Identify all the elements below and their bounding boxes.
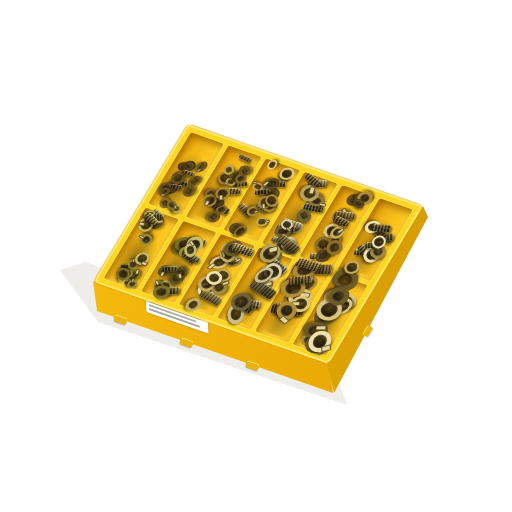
clip-screw-housing xyxy=(264,219,270,223)
clip-screw-housing xyxy=(337,228,345,235)
hose-clip xyxy=(162,265,179,271)
clip-screw-housing xyxy=(138,221,146,226)
clip-screw-housing xyxy=(135,269,140,275)
hose-clip xyxy=(138,232,155,247)
clip-screw-housing xyxy=(318,202,326,206)
clip-screw-housing xyxy=(207,263,216,270)
hose-clip xyxy=(194,160,209,173)
clip-screw-housing xyxy=(131,278,135,282)
clip-screw-housing xyxy=(140,261,148,266)
clip-screw-housing xyxy=(224,181,229,185)
clip-screw-housing xyxy=(221,280,229,286)
hose-clip xyxy=(256,216,268,227)
clip-screw-housing xyxy=(253,209,259,214)
clip-screw-housing xyxy=(160,193,165,196)
clip-screw-housing xyxy=(322,343,333,351)
clip-screw-housing xyxy=(253,181,258,184)
clip-screw-housing xyxy=(196,168,202,173)
clip-screw-housing xyxy=(279,315,289,324)
hose-clip xyxy=(153,284,170,299)
hose-clip xyxy=(280,167,295,181)
scene xyxy=(0,0,512,512)
clip-screw-housing xyxy=(316,325,327,330)
clip-screw-housing xyxy=(159,272,165,277)
clip-screw-housing xyxy=(261,181,269,187)
clip-screw-housing xyxy=(138,235,145,240)
hose-clip xyxy=(238,154,252,163)
hose-clip xyxy=(344,259,359,274)
product-photo: { "scene": { "background_color": "#fffff… xyxy=(0,0,512,512)
hose-clip xyxy=(182,296,204,315)
clip-screw-housing xyxy=(177,273,181,279)
clip-screw-housing xyxy=(309,186,317,194)
hose-clip xyxy=(265,158,280,171)
clip-screw-housing xyxy=(204,200,210,206)
clip-screw-housing xyxy=(268,246,278,253)
clip-screw-housing xyxy=(173,205,177,209)
hose-clip xyxy=(371,224,392,232)
